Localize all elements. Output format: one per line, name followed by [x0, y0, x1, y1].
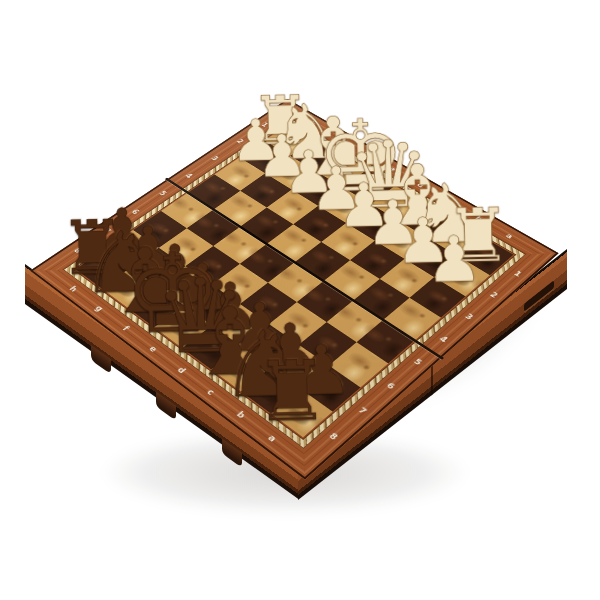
white-pawn-a2: ♟ — [425, 227, 483, 291]
perspective-scene: ♜♞♟♝♟♚♟♛♟♝♟♞♟♟♜♟♟♜♟♟♞♟♝♟♚♟♛♟♝♟♞♜ hh11gg2… — [0, 0, 600, 600]
black-rook-a8: ♜ — [254, 348, 330, 433]
product-photo-stage: ♜♞♟♝♟♚♟♛♟♝♟♞♟♟♜♟♟♜♟♟♞♟♝♟♚♟♛♟♝♟♞♜ hh11gg2… — [0, 0, 600, 600]
chess-box: ♜♞♟♝♟♚♟♛♟♝♟♞♟♟♜♟♟♜♟♟♞♟♝♟♚♟♛♟♝♟♞♜ hh11gg2… — [30, 99, 559, 480]
board-top: ♜♞♟♝♟♚♟♛♟♝♟♞♟♟♜♟♟♜♟♟♞♟♝♟♚♟♛♟♝♟♞♜ hh11gg2… — [30, 99, 559, 480]
